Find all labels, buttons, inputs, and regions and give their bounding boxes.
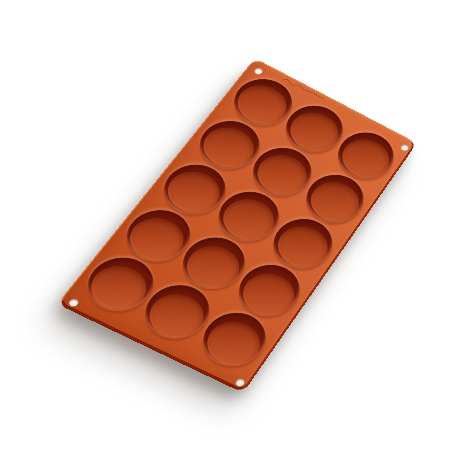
product-photo	[0, 0, 460, 460]
cavity-grid	[71, 68, 406, 379]
